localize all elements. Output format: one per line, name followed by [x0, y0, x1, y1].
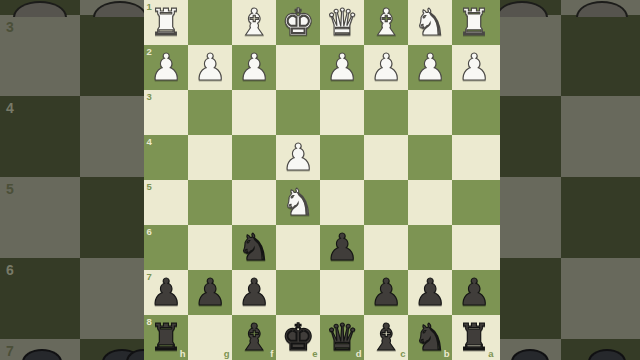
square-f3[interactable]: [232, 90, 276, 135]
rank-label-3: 3: [147, 92, 152, 102]
square-c3[interactable]: [364, 90, 408, 135]
white-pawn[interactable]: ♟: [276, 135, 320, 180]
edge-sliver-segment: [496, 45, 500, 90]
board-edge-sliver: [496, 0, 500, 360]
rank-label-6: 6: [147, 227, 152, 237]
file-label-a: a: [488, 349, 493, 359]
square-e5[interactable]: ♞: [276, 180, 320, 225]
square-b6[interactable]: [408, 225, 452, 270]
square-b1[interactable]: ♞: [408, 0, 452, 45]
square-f2[interactable]: ♟: [232, 45, 276, 90]
square-b8[interactable]: b♞: [408, 315, 452, 360]
square-b3[interactable]: [408, 90, 452, 135]
square-d6[interactable]: ♟: [320, 225, 364, 270]
background-square: [500, 15, 561, 96]
white-pawn[interactable]: ♟: [408, 45, 452, 90]
background-square: [500, 96, 561, 177]
edge-sliver-segment: [496, 180, 500, 225]
square-b4[interactable]: [408, 135, 452, 180]
rank-label-7: 7: [147, 272, 152, 282]
white-pawn[interactable]: ♟: [232, 45, 276, 90]
video-frame: 34567 1♜♝♚♛♝♞♜2♟♟♟♟♟♟♟34♟5♞6♞♟7♟♟♟♟♟♟8h♜…: [0, 0, 640, 360]
background-square: [80, 258, 144, 339]
file-label-e: e: [312, 349, 317, 359]
square-f4[interactable]: [232, 135, 276, 180]
file-label-g: g: [224, 349, 230, 359]
black-pawn[interactable]: ♟: [188, 270, 232, 315]
square-a8[interactable]: a♜: [452, 315, 496, 360]
square-g5[interactable]: [188, 180, 232, 225]
background-rank-label-7: 7: [6, 344, 14, 358]
square-g7[interactable]: ♟: [188, 270, 232, 315]
square-f5[interactable]: [232, 180, 276, 225]
background-square: [561, 177, 640, 258]
square-h2[interactable]: 2♟: [144, 45, 188, 90]
square-c1[interactable]: ♝: [364, 0, 408, 45]
background-square: [500, 177, 561, 258]
background-rank-label-4: 4: [6, 101, 14, 115]
edge-sliver-segment: [496, 225, 500, 270]
square-c4[interactable]: [364, 135, 408, 180]
square-c5[interactable]: [364, 180, 408, 225]
square-a2[interactable]: ♟: [452, 45, 496, 90]
square-e4[interactable]: ♟: [276, 135, 320, 180]
square-h8[interactable]: 8h♜: [144, 315, 188, 360]
black-pawn[interactable]: ♟: [320, 225, 364, 270]
white-bishop[interactable]: ♝: [364, 0, 408, 45]
square-d2[interactable]: ♟: [320, 45, 364, 90]
square-b2[interactable]: ♟: [408, 45, 452, 90]
square-d7[interactable]: [320, 270, 364, 315]
black-pawn[interactable]: ♟: [452, 270, 496, 315]
black-pawn[interactable]: ♟: [232, 270, 276, 315]
square-a6[interactable]: [452, 225, 496, 270]
background-square: [500, 258, 561, 339]
background-square: [561, 15, 640, 96]
square-a5[interactable]: [452, 180, 496, 225]
background-square: [80, 96, 144, 177]
square-g8[interactable]: g: [188, 315, 232, 360]
square-d3[interactable]: [320, 90, 364, 135]
square-h6[interactable]: 6: [144, 225, 188, 270]
square-f6[interactable]: ♞: [232, 225, 276, 270]
white-queen[interactable]: ♛: [320, 0, 364, 45]
square-a4[interactable]: [452, 135, 496, 180]
background-rank-label-5: 5: [6, 182, 14, 196]
file-label-c: c: [400, 349, 405, 359]
square-g6[interactable]: [188, 225, 232, 270]
edge-sliver-segment: [496, 315, 500, 360]
square-b7[interactable]: ♟: [408, 270, 452, 315]
square-b5[interactable]: [408, 180, 452, 225]
edge-sliver-segment: [496, 0, 500, 45]
square-f1[interactable]: ♝: [232, 0, 276, 45]
file-label-d: d: [356, 349, 362, 359]
background-rank-label-6: 6: [6, 263, 14, 277]
background-board-left: 34567: [0, 0, 144, 360]
square-d8[interactable]: d♛: [320, 315, 364, 360]
square-h5[interactable]: 5: [144, 180, 188, 225]
square-e3[interactable]: [276, 90, 320, 135]
square-h3[interactable]: 3: [144, 90, 188, 135]
white-knight[interactable]: ♞: [408, 0, 452, 45]
black-pawn[interactable]: ♟: [408, 270, 452, 315]
background-square: [80, 177, 144, 258]
square-f7[interactable]: ♟: [232, 270, 276, 315]
white-bishop[interactable]: ♝: [232, 0, 276, 45]
square-g4[interactable]: [188, 135, 232, 180]
black-pawn[interactable]: ♟: [364, 270, 408, 315]
background-square: [80, 15, 144, 96]
rank-label-1: 1: [147, 2, 152, 12]
white-pawn[interactable]: ♟: [320, 45, 364, 90]
square-c7[interactable]: ♟: [364, 270, 408, 315]
rank-label-2: 2: [147, 47, 152, 57]
white-pawn[interactable]: ♟: [364, 45, 408, 90]
square-c6[interactable]: [364, 225, 408, 270]
square-h1[interactable]: 1♜: [144, 0, 188, 45]
white-pawn[interactable]: ♟: [188, 45, 232, 90]
square-d5[interactable]: [320, 180, 364, 225]
background-rank-label-3: 3: [6, 20, 14, 34]
file-label-b: b: [444, 349, 450, 359]
rank-label-4: 4: [147, 137, 152, 147]
square-a1[interactable]: ♜: [452, 0, 496, 45]
square-c8[interactable]: c♝: [364, 315, 408, 360]
square-d4[interactable]: [320, 135, 364, 180]
square-g3[interactable]: [188, 90, 232, 135]
white-pawn[interactable]: ♟: [452, 45, 496, 90]
square-h4[interactable]: 4: [144, 135, 188, 180]
square-f8[interactable]: f♝: [232, 315, 276, 360]
file-label-h: h: [180, 349, 186, 359]
white-king[interactable]: ♚: [276, 0, 320, 45]
square-e1[interactable]: ♚: [276, 0, 320, 45]
file-label-f: f: [270, 349, 273, 359]
square-a3[interactable]: [452, 90, 496, 135]
square-e8[interactable]: e♚: [276, 315, 320, 360]
square-g2[interactable]: ♟: [188, 45, 232, 90]
rank-label-5: 5: [147, 182, 152, 192]
square-e2[interactable]: [276, 45, 320, 90]
background-square: [561, 258, 640, 339]
white-rook[interactable]: ♜: [452, 0, 496, 45]
edge-sliver-segment: [496, 90, 500, 135]
edge-sliver-segment: [496, 270, 500, 315]
square-a7[interactable]: ♟: [452, 270, 496, 315]
square-c2[interactable]: ♟: [364, 45, 408, 90]
edge-sliver-segment: [496, 135, 500, 180]
background-board-right: [500, 0, 640, 360]
black-knight[interactable]: ♞: [232, 225, 276, 270]
background-square: [561, 96, 640, 177]
square-e6[interactable]: [276, 225, 320, 270]
square-h7[interactable]: 7♟: [144, 270, 188, 315]
square-d1[interactable]: ♛: [320, 0, 364, 45]
chess-board: 1♜♝♚♛♝♞♜2♟♟♟♟♟♟♟34♟5♞6♞♟7♟♟♟♟♟♟8h♜gf♝e♚d…: [144, 0, 496, 360]
square-g1[interactable]: [188, 0, 232, 45]
rank-label-8: 8: [147, 317, 152, 327]
square-e7[interactable]: [276, 270, 320, 315]
white-knight[interactable]: ♞: [276, 180, 320, 225]
